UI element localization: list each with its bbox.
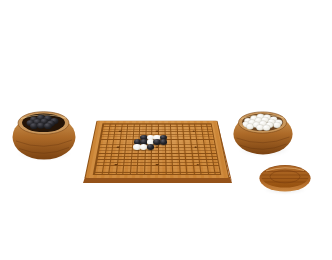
star-point — [117, 146, 120, 147]
black-stone-bowl[interactable] — [12, 108, 76, 160]
go-board[interactable] — [84, 121, 229, 179]
star-point — [192, 131, 195, 132]
star-point — [196, 164, 199, 165]
star-point — [156, 146, 159, 147]
go-scene — [0, 0, 332, 260]
star-point — [119, 131, 122, 132]
star-point — [156, 131, 159, 132]
star-point — [115, 164, 118, 165]
star-point — [156, 164, 159, 165]
white-stone-bowl[interactable] — [233, 109, 293, 155]
board-grid[interactable] — [93, 123, 221, 174]
lid-top-face — [261, 166, 308, 188]
star-point — [194, 146, 197, 147]
bowl-lid — [259, 163, 311, 193]
